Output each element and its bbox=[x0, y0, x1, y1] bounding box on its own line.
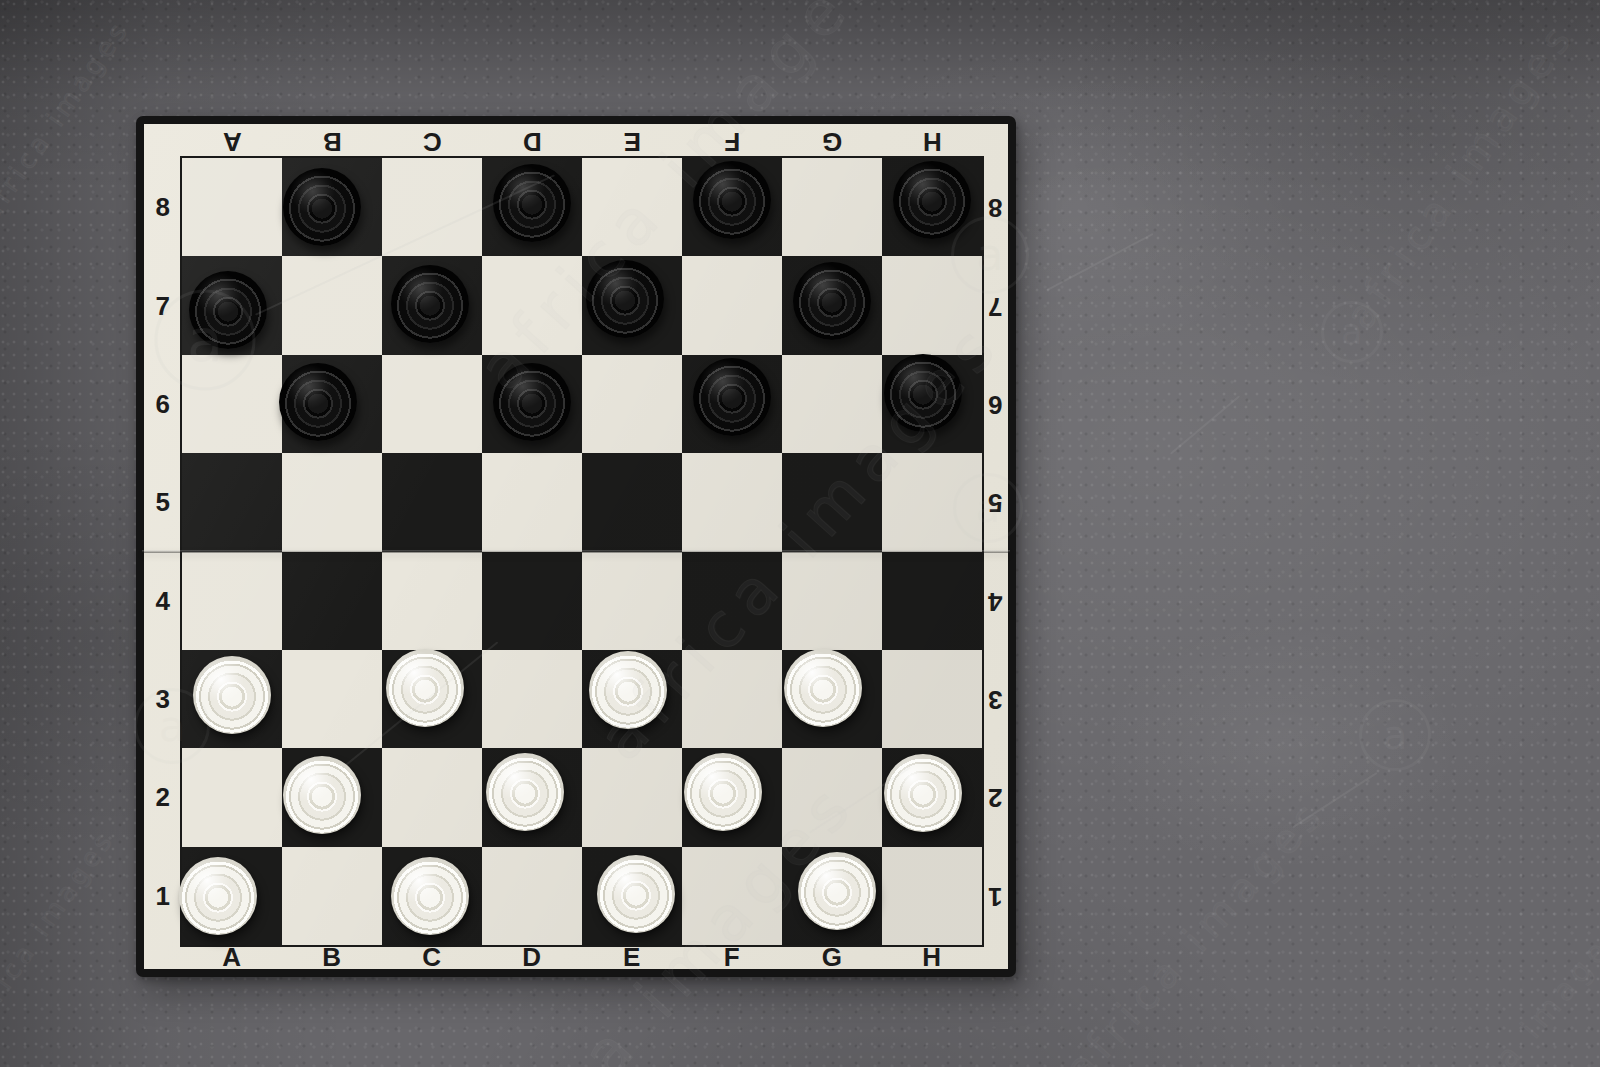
checker-white-man-f2[interactable]: ⛀ bbox=[684, 753, 762, 831]
rank-label-right-8: 8 bbox=[988, 192, 1003, 223]
square-f1[interactable] bbox=[682, 847, 782, 945]
square-e6[interactable] bbox=[582, 355, 682, 453]
checker-black-man-e7[interactable]: ⛂ bbox=[586, 260, 664, 338]
checker-white-man-e3[interactable]: ⛀ bbox=[589, 651, 667, 729]
square-b3[interactable] bbox=[282, 650, 382, 748]
rank-label-right-2: 2 bbox=[988, 782, 1003, 813]
checker-white-man-c1[interactable]: ⛀ bbox=[391, 857, 469, 935]
square-a8[interactable] bbox=[182, 158, 282, 256]
square-f7[interactable] bbox=[682, 256, 782, 354]
rank-label-left-8: 8 bbox=[156, 192, 171, 223]
square-h1[interactable] bbox=[882, 847, 982, 945]
square-b4[interactable] bbox=[282, 552, 382, 650]
checker-black-man-b6[interactable]: ⛂ bbox=[279, 363, 357, 441]
checker-black-man-c7[interactable]: ⛂ bbox=[391, 265, 469, 343]
square-f3[interactable] bbox=[682, 650, 782, 748]
photo-scene: AABBCCDDEEFFGGHH8877665544332211⛂⛂⛂⛂⛂⛂⛂⛂… bbox=[0, 0, 1600, 1067]
rank-label-left-5: 5 bbox=[156, 487, 171, 518]
file-label-top-g: G bbox=[822, 126, 843, 157]
square-d1[interactable] bbox=[482, 847, 582, 945]
checker-white-man-e1[interactable]: ⛀ bbox=[597, 855, 675, 933]
file-label-top-d: D bbox=[522, 126, 541, 157]
checker-white-man-a1[interactable]: ⛀ bbox=[179, 857, 257, 935]
board-fold-seam bbox=[142, 550, 1010, 553]
file-label-top-f: F bbox=[724, 126, 740, 157]
square-b7[interactable] bbox=[282, 256, 382, 354]
file-label-bottom-e: E bbox=[623, 942, 641, 973]
file-label-bottom-f: F bbox=[724, 942, 740, 973]
square-a2[interactable] bbox=[182, 748, 282, 846]
square-f5[interactable] bbox=[682, 453, 782, 551]
rank-label-right-4: 4 bbox=[988, 585, 1003, 616]
square-h4[interactable] bbox=[882, 552, 982, 650]
file-label-bottom-a: A bbox=[222, 942, 241, 973]
checker-white-man-h2[interactable]: ⛀ bbox=[884, 754, 962, 832]
checker-white-man-b2[interactable]: ⛀ bbox=[283, 756, 361, 834]
file-label-bottom-d: D bbox=[522, 942, 541, 973]
rank-label-left-2: 2 bbox=[156, 782, 171, 813]
checker-black-man-g7[interactable]: ⛂ bbox=[793, 262, 871, 340]
checker-black-man-f6[interactable]: ⛂ bbox=[693, 358, 771, 436]
checker-black-man-b8[interactable]: ⛂ bbox=[283, 168, 361, 246]
square-d5[interactable] bbox=[482, 453, 582, 551]
checker-white-man-c3[interactable]: ⛀ bbox=[386, 649, 464, 727]
file-label-top-h: H bbox=[922, 126, 941, 157]
checker-black-man-f8[interactable]: ⛂ bbox=[693, 161, 771, 239]
square-a5[interactable] bbox=[182, 453, 282, 551]
square-e8[interactable] bbox=[582, 158, 682, 256]
square-h3[interactable] bbox=[882, 650, 982, 748]
square-g4[interactable] bbox=[782, 552, 882, 650]
checker-white-man-a3[interactable]: ⛀ bbox=[193, 656, 271, 734]
file-label-top-e: E bbox=[623, 126, 641, 157]
square-f4[interactable] bbox=[682, 552, 782, 650]
rank-label-left-4: 4 bbox=[156, 585, 171, 616]
checkers-board: AABBCCDDEEFFGGHH8877665544332211⛂⛂⛂⛂⛂⛂⛂⛂… bbox=[136, 116, 1016, 977]
file-label-bottom-h: H bbox=[922, 942, 941, 973]
checker-black-man-h8[interactable]: ⛂ bbox=[893, 161, 971, 239]
rank-label-left-3: 3 bbox=[156, 684, 171, 715]
rank-label-left-6: 6 bbox=[156, 388, 171, 419]
square-g5[interactable] bbox=[782, 453, 882, 551]
checker-black-man-a7[interactable]: ⛂ bbox=[189, 271, 267, 349]
square-a4[interactable] bbox=[182, 552, 282, 650]
checker-white-man-g3[interactable]: ⛀ bbox=[784, 649, 862, 727]
square-c8[interactable] bbox=[382, 158, 482, 256]
file-label-bottom-g: G bbox=[822, 942, 843, 973]
square-e4[interactable] bbox=[582, 552, 682, 650]
square-g8[interactable] bbox=[782, 158, 882, 256]
square-c6[interactable] bbox=[382, 355, 482, 453]
rank-label-right-5: 5 bbox=[988, 487, 1003, 518]
rank-label-left-7: 7 bbox=[156, 290, 171, 321]
checker-white-man-d2[interactable]: ⛀ bbox=[486, 753, 564, 831]
rank-label-right-1: 1 bbox=[988, 880, 1003, 911]
square-c2[interactable] bbox=[382, 748, 482, 846]
square-c4[interactable] bbox=[382, 552, 482, 650]
square-e5[interactable] bbox=[582, 453, 682, 551]
square-g2[interactable] bbox=[782, 748, 882, 846]
checker-black-man-d8[interactable]: ⛂ bbox=[493, 164, 571, 242]
square-a6[interactable] bbox=[182, 355, 282, 453]
square-d3[interactable] bbox=[482, 650, 582, 748]
rank-label-right-7: 7 bbox=[988, 290, 1003, 321]
square-c5[interactable] bbox=[382, 453, 482, 551]
square-b1[interactable] bbox=[282, 847, 382, 945]
checker-black-man-h6[interactable]: ⛂ bbox=[884, 354, 962, 432]
square-h7[interactable] bbox=[882, 256, 982, 354]
square-e2[interactable] bbox=[582, 748, 682, 846]
file-label-top-c: C bbox=[422, 126, 441, 157]
square-d7[interactable] bbox=[482, 256, 582, 354]
square-b5[interactable] bbox=[282, 453, 382, 551]
file-label-top-b: B bbox=[322, 126, 341, 157]
square-h5[interactable] bbox=[882, 453, 982, 551]
checker-black-man-d6[interactable]: ⛂ bbox=[493, 363, 571, 441]
square-g6[interactable] bbox=[782, 355, 882, 453]
file-label-bottom-b: B bbox=[322, 942, 341, 973]
rank-label-right-6: 6 bbox=[988, 388, 1003, 419]
square-d4[interactable] bbox=[482, 552, 582, 650]
file-label-bottom-c: C bbox=[422, 942, 441, 973]
rank-label-right-3: 3 bbox=[988, 684, 1003, 715]
rank-label-left-1: 1 bbox=[156, 880, 171, 911]
file-label-top-a: A bbox=[222, 126, 241, 157]
checker-white-man-g1[interactable]: ⛀ bbox=[798, 852, 876, 930]
